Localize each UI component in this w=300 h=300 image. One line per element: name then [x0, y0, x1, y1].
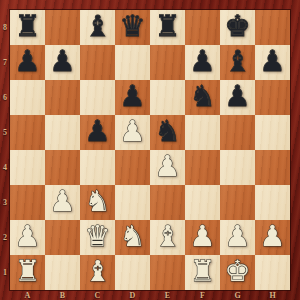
square-f2[interactable]: ♟ [185, 220, 220, 255]
board: ♜♝♛♜♚♟♟♟♝♟♟♞♟♟♟♞♟♟♞♟♛♞♝♟♟♟♜♝♜♚ [10, 10, 290, 290]
square-a8[interactable]: ♜ [10, 10, 45, 45]
rank-label-8: 8 [0, 10, 10, 45]
chessboard-app: 87654321 ABCDEFGH ♜♝♛♜♚♟♟♟♝♟♟♞♟♟♟♞♟♟♞♟♛♞… [0, 0, 300, 300]
black-rook[interactable]: ♜ [155, 9, 181, 44]
square-e1[interactable] [150, 255, 185, 290]
square-g5[interactable] [220, 115, 255, 150]
white-queen[interactable]: ♛ [85, 219, 111, 254]
square-h1[interactable] [255, 255, 290, 290]
square-h5[interactable] [255, 115, 290, 150]
file-label-b: B [45, 290, 80, 300]
square-d6[interactable]: ♟ [115, 80, 150, 115]
square-f8[interactable] [185, 10, 220, 45]
black-pawn[interactable]: ♟ [260, 44, 286, 79]
white-pawn[interactable]: ♟ [225, 219, 251, 254]
square-d7[interactable] [115, 45, 150, 80]
square-c7[interactable] [80, 45, 115, 80]
white-pawn[interactable]: ♟ [260, 219, 286, 254]
square-e6[interactable] [150, 80, 185, 115]
file-labels: ABCDEFGH [10, 290, 290, 300]
white-knight[interactable]: ♞ [120, 219, 146, 254]
black-rook[interactable]: ♜ [15, 9, 41, 44]
square-f4[interactable] [185, 150, 220, 185]
white-knight[interactable]: ♞ [85, 184, 111, 219]
square-b3[interactable]: ♟ [45, 185, 80, 220]
file-label-a: A [10, 290, 45, 300]
rank-label-6: 6 [0, 80, 10, 115]
black-pawn[interactable]: ♟ [50, 44, 76, 79]
square-e8[interactable]: ♜ [150, 10, 185, 45]
square-d4[interactable] [115, 150, 150, 185]
black-pawn[interactable]: ♟ [15, 44, 41, 79]
square-b1[interactable] [45, 255, 80, 290]
black-pawn[interactable]: ♟ [190, 44, 216, 79]
square-b6[interactable] [45, 80, 80, 115]
square-g7[interactable]: ♝ [220, 45, 255, 80]
square-f5[interactable] [185, 115, 220, 150]
square-h4[interactable] [255, 150, 290, 185]
square-g6[interactable]: ♟ [220, 80, 255, 115]
square-d8[interactable]: ♛ [115, 10, 150, 45]
square-c2[interactable]: ♛ [80, 220, 115, 255]
white-rook[interactable]: ♜ [15, 254, 41, 289]
square-a7[interactable]: ♟ [10, 45, 45, 80]
square-f6[interactable]: ♞ [185, 80, 220, 115]
white-bishop[interactable]: ♝ [85, 254, 111, 289]
black-pawn[interactable]: ♟ [85, 114, 111, 149]
square-a5[interactable] [10, 115, 45, 150]
white-bishop[interactable]: ♝ [155, 219, 181, 254]
square-h2[interactable]: ♟ [255, 220, 290, 255]
black-bishop[interactable]: ♝ [225, 44, 251, 79]
square-b4[interactable] [45, 150, 80, 185]
square-b5[interactable] [45, 115, 80, 150]
square-f3[interactable] [185, 185, 220, 220]
square-g8[interactable]: ♚ [220, 10, 255, 45]
white-pawn[interactable]: ♟ [50, 184, 76, 219]
rank-label-4: 4 [0, 150, 10, 185]
black-knight[interactable]: ♞ [155, 114, 181, 149]
square-b7[interactable]: ♟ [45, 45, 80, 80]
square-e4[interactable]: ♟ [150, 150, 185, 185]
file-label-e: E [150, 290, 185, 300]
square-g4[interactable] [220, 150, 255, 185]
square-a3[interactable] [10, 185, 45, 220]
square-c5[interactable]: ♟ [80, 115, 115, 150]
black-pawn[interactable]: ♟ [120, 79, 146, 114]
rank-label-5: 5 [0, 115, 10, 150]
square-e2[interactable]: ♝ [150, 220, 185, 255]
black-knight[interactable]: ♞ [190, 79, 216, 114]
rank-label-3: 3 [0, 185, 10, 220]
file-label-c: C [80, 290, 115, 300]
square-c3[interactable]: ♞ [80, 185, 115, 220]
rank-labels: 87654321 [0, 10, 10, 290]
black-king[interactable]: ♚ [225, 9, 251, 44]
square-e5[interactable]: ♞ [150, 115, 185, 150]
rank-label-1: 1 [0, 255, 10, 290]
square-g3[interactable] [220, 185, 255, 220]
file-label-h: H [255, 290, 290, 300]
square-d5[interactable]: ♟ [115, 115, 150, 150]
square-a1[interactable]: ♜ [10, 255, 45, 290]
square-c6[interactable] [80, 80, 115, 115]
rank-label-2: 2 [0, 220, 10, 255]
white-pawn[interactable]: ♟ [190, 219, 216, 254]
file-label-f: F [185, 290, 220, 300]
square-c1[interactable]: ♝ [80, 255, 115, 290]
square-e3[interactable] [150, 185, 185, 220]
square-d3[interactable] [115, 185, 150, 220]
file-label-d: D [115, 290, 150, 300]
square-a6[interactable] [10, 80, 45, 115]
file-label-g: G [220, 290, 255, 300]
white-king[interactable]: ♚ [225, 254, 251, 289]
black-bishop[interactable]: ♝ [85, 9, 111, 44]
square-h7[interactable]: ♟ [255, 45, 290, 80]
square-b2[interactable] [45, 220, 80, 255]
square-g1[interactable]: ♚ [220, 255, 255, 290]
black-queen[interactable]: ♛ [120, 9, 146, 44]
square-d2[interactable]: ♞ [115, 220, 150, 255]
square-d1[interactable] [115, 255, 150, 290]
square-h8[interactable] [255, 10, 290, 45]
square-b8[interactable] [45, 10, 80, 45]
white-rook[interactable]: ♜ [190, 254, 216, 289]
black-pawn[interactable]: ♟ [225, 79, 251, 114]
square-h6[interactable] [255, 80, 290, 115]
square-c4[interactable] [80, 150, 115, 185]
white-pawn[interactable]: ♟ [155, 149, 181, 184]
white-pawn[interactable]: ♟ [120, 114, 146, 149]
rank-label-7: 7 [0, 45, 10, 80]
square-a2[interactable]: ♟ [10, 220, 45, 255]
square-g2[interactable]: ♟ [220, 220, 255, 255]
white-pawn[interactable]: ♟ [15, 219, 41, 254]
square-c8[interactable]: ♝ [80, 10, 115, 45]
square-e7[interactable] [150, 45, 185, 80]
square-f1[interactable]: ♜ [185, 255, 220, 290]
square-a4[interactable] [10, 150, 45, 185]
square-h3[interactable] [255, 185, 290, 220]
square-f7[interactable]: ♟ [185, 45, 220, 80]
